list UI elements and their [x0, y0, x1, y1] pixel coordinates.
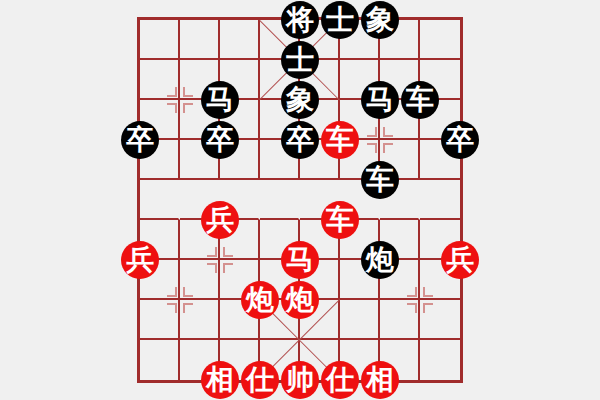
board-cell — [140, 60, 180, 100]
piece-red-general[interactable]: 帅 — [281, 361, 319, 399]
board-cell — [340, 300, 380, 340]
piece-black-chariot[interactable]: 车 — [361, 161, 399, 199]
board-cell — [380, 300, 420, 340]
board-cell — [260, 180, 300, 220]
piece-black-advisor[interactable]: 士 — [321, 1, 359, 39]
board-cell — [420, 300, 460, 340]
piece-black-advisor[interactable]: 士 — [281, 41, 319, 79]
piece-red-soldier[interactable]: 兵 — [441, 241, 479, 279]
board-cell — [180, 300, 220, 340]
piece-black-soldier[interactable]: 卒 — [281, 121, 319, 159]
piece-black-soldier[interactable]: 卒 — [201, 121, 239, 159]
piece-red-soldier[interactable]: 兵 — [201, 201, 239, 239]
xiangqi-board-screen: 将士象士马象马车卒卒卒车卒车兵车兵马炮兵炮炮相仕帅仕相 — [0, 0, 600, 400]
piece-red-cannon[interactable]: 炮 — [281, 281, 319, 319]
piece-red-chariot[interactable]: 车 — [321, 201, 359, 239]
piece-red-advisor[interactable]: 仕 — [241, 361, 279, 399]
piece-black-elephant[interactable]: 象 — [361, 1, 399, 39]
board-cell — [140, 300, 180, 340]
piece-red-cannon[interactable]: 炮 — [241, 281, 279, 319]
piece-red-chariot[interactable]: 车 — [321, 121, 359, 159]
board-cell — [420, 180, 460, 220]
piece-red-elephant[interactable]: 相 — [361, 361, 399, 399]
piece-red-elephant[interactable]: 相 — [201, 361, 239, 399]
piece-red-advisor[interactable]: 仕 — [321, 361, 359, 399]
piece-black-horse[interactable]: 马 — [201, 81, 239, 119]
piece-black-chariot[interactable]: 车 — [401, 81, 439, 119]
piece-black-elephant[interactable]: 象 — [281, 81, 319, 119]
board-cell — [180, 260, 220, 300]
board-cell — [140, 20, 180, 60]
board-cell — [140, 340, 180, 380]
piece-black-soldier[interactable]: 卒 — [121, 121, 159, 159]
piece-black-cannon[interactable]: 炮 — [361, 241, 399, 279]
piece-black-general[interactable]: 将 — [281, 1, 319, 39]
board-cell — [420, 20, 460, 60]
piece-red-horse[interactable]: 马 — [281, 241, 319, 279]
piece-red-soldier[interactable]: 兵 — [121, 241, 159, 279]
piece-black-soldier[interactable]: 卒 — [441, 121, 479, 159]
board-cell — [220, 20, 260, 60]
piece-black-horse[interactable]: 马 — [361, 81, 399, 119]
board-cell — [180, 20, 220, 60]
board-cell — [420, 340, 460, 380]
board-cell — [140, 180, 180, 220]
